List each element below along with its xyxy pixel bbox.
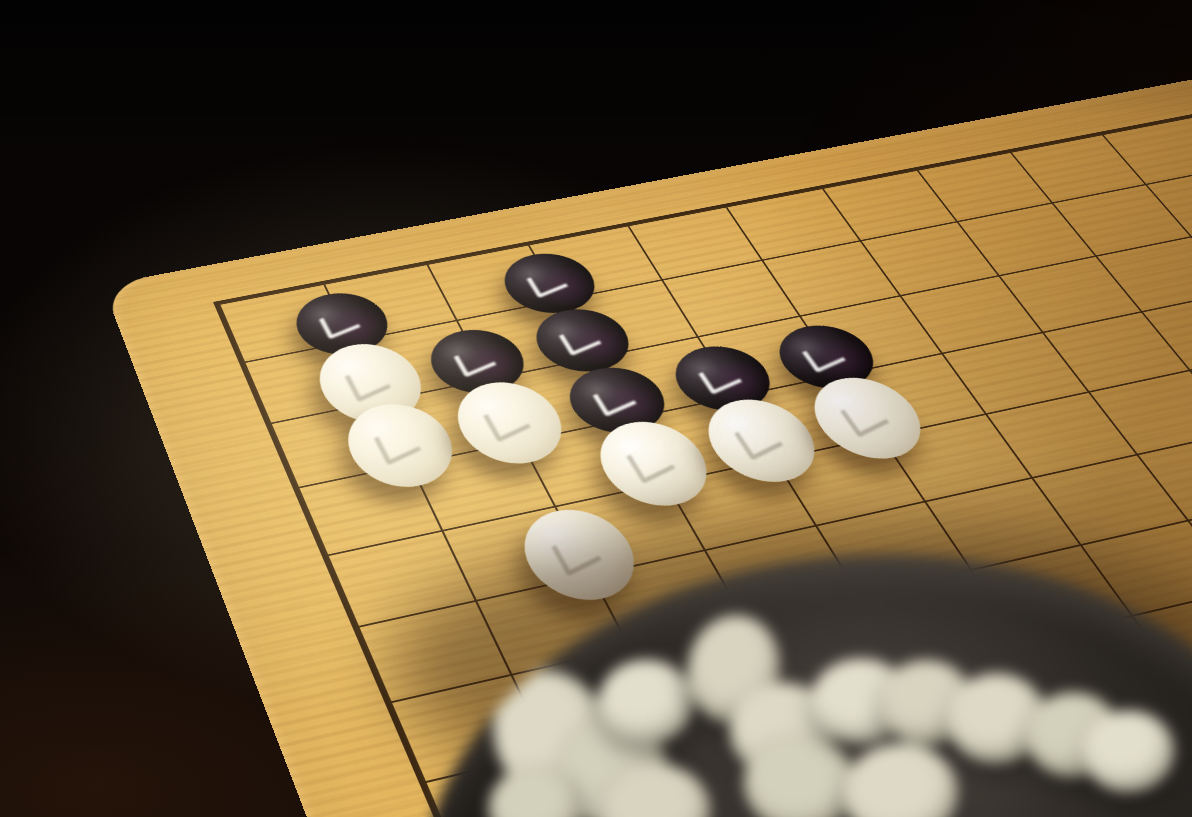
window-reflection-icon	[527, 267, 568, 298]
window-reflection-icon	[699, 361, 742, 395]
go-photo-scene	[0, 0, 1192, 817]
black-stone[interactable]	[523, 302, 643, 379]
window-reflection-icon	[593, 383, 636, 417]
window-reflection-icon	[802, 340, 845, 373]
bowl-white-stone	[840, 740, 960, 817]
window-reflection-icon	[319, 307, 360, 339]
window-reflection-icon	[559, 324, 601, 357]
window-reflection-icon	[454, 344, 496, 377]
black-stone[interactable]	[492, 247, 608, 320]
